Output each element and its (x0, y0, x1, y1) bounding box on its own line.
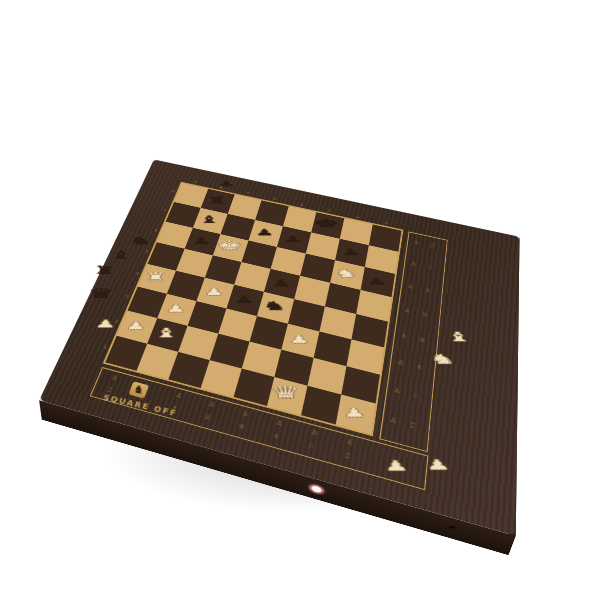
file-label: H (384, 221, 388, 225)
scene-3d: ♙♖♙♘♙♗♙♕♙♔♙♗♙♘♙♖ ♙♖♙♘♙♗♙♕♙♔♙♗♙♘♙♖ ABCDEF… (0, 0, 600, 600)
file-label: G (356, 215, 360, 219)
setup-glyph: ♙ (410, 261, 416, 267)
square-f3 (281, 324, 319, 358)
setup-glyph: ♖ (429, 243, 435, 249)
square-e3 (250, 316, 288, 350)
setup-glyph: ♖ (343, 452, 351, 461)
port-hole (449, 525, 456, 529)
setup-glyph: ♙ (404, 308, 411, 315)
power-led (309, 483, 324, 495)
squareoff-board: ♙♖♙♘♙♗♙♕♙♔♙♗♙♘♙♖ ♙♖♙♘♙♗♙♕♙♔♙♗♙♘♙♖ ABCDEF… (39, 159, 519, 536)
square-e2 (242, 342, 282, 377)
product-photo-stage: ♙♖♙♘♙♗♙♕♙♔♙♗♙♘♙♖ ♙♖♙♘♙♗♙♕♙♔♙♗♙♘♙♖ ABCDEF… (0, 0, 600, 600)
setup-glyph: ♙ (407, 284, 414, 290)
setup-glyph: ♘ (427, 265, 433, 271)
setup-glyph: ♙ (413, 240, 419, 246)
setup-glyph: ♗ (424, 288, 431, 294)
square-h3 (347, 339, 385, 374)
